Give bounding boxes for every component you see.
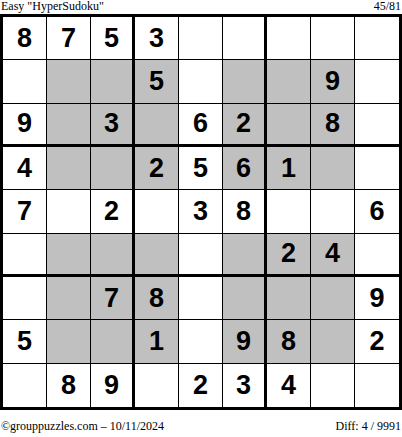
cell-r6c4[interactable] [135,234,179,277]
cell-r7c2[interactable] [47,277,91,320]
cell-r1c8[interactable] [311,17,355,60]
cell-r5c8[interactable] [311,190,355,233]
cell-r6c6[interactable] [223,234,267,277]
cell-r9c4[interactable] [135,364,179,407]
cell-r4c8[interactable] [311,147,355,190]
cell-r8c3[interactable] [91,320,135,363]
cell-r9c8[interactable] [311,364,355,407]
cell-r7c7[interactable] [267,277,311,320]
header: Easy "HyperSudoku" 45/81 [0,0,402,14]
cell-r7c8[interactable] [311,277,355,320]
cell-r9c7: 4 [267,364,311,407]
cell-r4c5: 5 [179,147,223,190]
cell-r5c2[interactable] [47,190,91,233]
cell-r8c4: 1 [135,320,179,363]
cell-r4c2[interactable] [47,147,91,190]
cell-r6c2[interactable] [47,234,91,277]
cell-r3c4[interactable] [135,104,179,147]
cell-r4c4: 2 [135,147,179,190]
cell-r5c1: 7 [3,190,47,233]
cell-r3c3: 3 [91,104,135,147]
cell-r8c8[interactable] [311,320,355,363]
cell-r3c6: 2 [223,104,267,147]
puzzle-page: Easy "HyperSudoku" 45/81 875359936284256… [0,0,402,437]
cell-r1c1: 8 [3,17,47,60]
cell-r3c9[interactable] [355,104,399,147]
cell-r2c8: 9 [311,60,355,103]
cell-r2c6[interactable] [223,60,267,103]
copyright-text: ©grouppuzzles.com – 10/11/2024 [1,419,164,433]
cell-r6c1[interactable] [3,234,47,277]
cell-r3c7[interactable] [267,104,311,147]
cell-r1c2: 7 [47,17,91,60]
footer: ©grouppuzzles.com – 10/11/2024 Diff: 4 /… [0,410,402,437]
cell-r8c7: 8 [267,320,311,363]
cell-r5c4[interactable] [135,190,179,233]
cell-r7c5[interactable] [179,277,223,320]
cell-r9c3: 9 [91,364,135,407]
cell-r4c1: 4 [3,147,47,190]
cell-r2c9[interactable] [355,60,399,103]
cell-r1c7[interactable] [267,17,311,60]
cell-r6c9[interactable] [355,234,399,277]
cell-r7c3: 7 [91,277,135,320]
cell-r2c4: 5 [135,60,179,103]
cell-r8c2[interactable] [47,320,91,363]
cell-r6c8: 4 [311,234,355,277]
cell-r3c8: 8 [311,104,355,147]
cell-r2c5[interactable] [179,60,223,103]
difficulty-text: Diff: 4 / 9991 [336,419,401,433]
cell-r5c6: 8 [223,190,267,233]
cell-r5c3: 2 [91,190,135,233]
cell-r7c9: 9 [355,277,399,320]
cell-r9c9[interactable] [355,364,399,407]
cell-r6c7: 2 [267,234,311,277]
cell-r8c5[interactable] [179,320,223,363]
cell-r7c4: 8 [135,277,179,320]
cell-r6c3[interactable] [91,234,135,277]
cells-remaining-counter: 45/81 [374,0,401,13]
cell-r1c5[interactable] [179,17,223,60]
cell-r1c6[interactable] [223,17,267,60]
cell-r9c5: 2 [179,364,223,407]
cell-r9c1[interactable] [3,364,47,407]
cell-r3c5: 6 [179,104,223,147]
cell-r2c3[interactable] [91,60,135,103]
sudoku-grid: 875359936284256172386247895198289234 [0,14,402,410]
cell-r1c9[interactable] [355,17,399,60]
cell-r1c3: 5 [91,17,135,60]
cell-r1c4: 3 [135,17,179,60]
cell-r5c9: 6 [355,190,399,233]
cell-r9c2: 8 [47,364,91,407]
cell-r5c5: 3 [179,190,223,233]
cell-r6c5[interactable] [179,234,223,277]
cell-r3c2[interactable] [47,104,91,147]
cell-r2c1[interactable] [3,60,47,103]
cell-r2c7[interactable] [267,60,311,103]
cell-r8c9: 2 [355,320,399,363]
cell-r4c6: 6 [223,147,267,190]
cell-r7c1[interactable] [3,277,47,320]
cell-r4c3[interactable] [91,147,135,190]
cell-r7c6[interactable] [223,277,267,320]
puzzle-title: Easy "HyperSudoku" [1,0,104,13]
cell-r3c1: 9 [3,104,47,147]
cell-r4c9[interactable] [355,147,399,190]
cell-r4c7: 1 [267,147,311,190]
cell-r8c1: 5 [3,320,47,363]
cell-r5c7[interactable] [267,190,311,233]
cell-r8c6: 9 [223,320,267,363]
cell-r2c2[interactable] [47,60,91,103]
cell-r9c6: 3 [223,364,267,407]
